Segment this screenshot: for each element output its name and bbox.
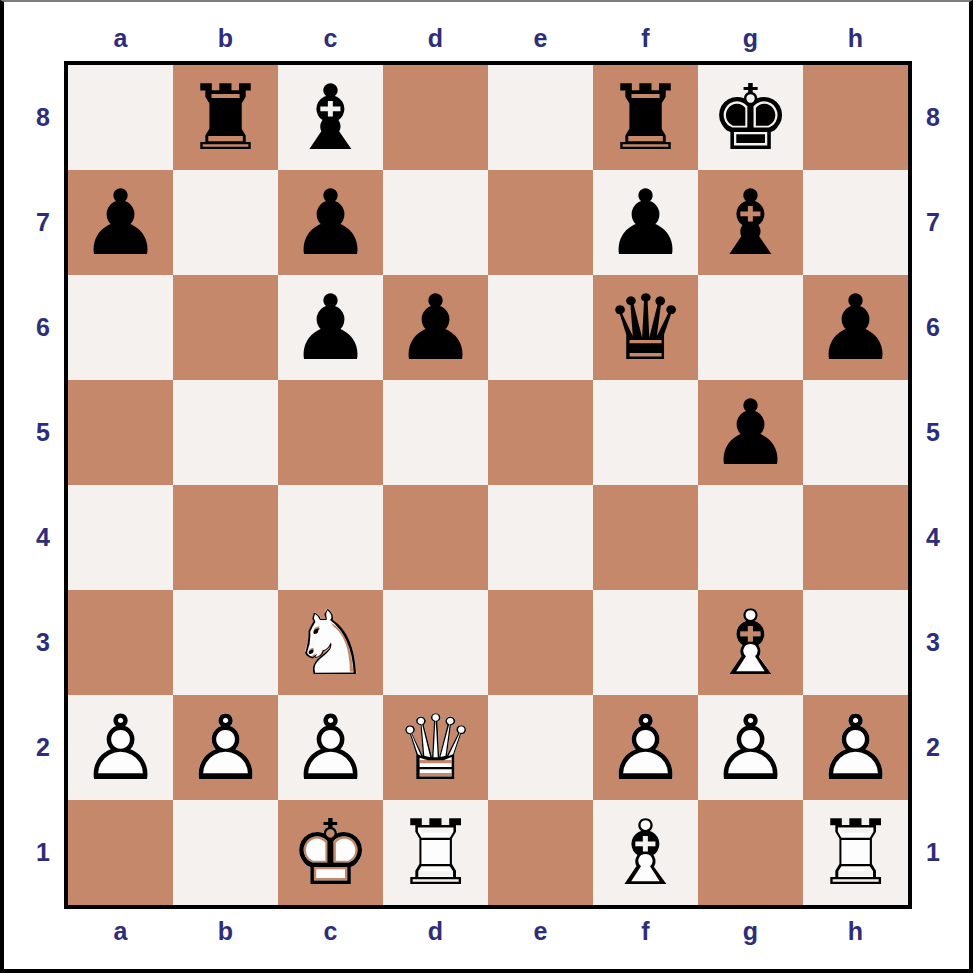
square-d2[interactable]: ♛♕	[383, 695, 488, 800]
rank-label: 5	[916, 380, 950, 485]
file-label: b	[173, 911, 278, 951]
square-g3[interactable]: ♝♗	[698, 590, 803, 695]
square-f3[interactable]	[593, 590, 698, 695]
white-pawn: ♙	[593, 695, 698, 800]
square-a6[interactable]	[68, 275, 173, 380]
square-c2[interactable]: ♟♙	[278, 695, 383, 800]
white-pawn: ♙	[278, 695, 383, 800]
square-h5[interactable]	[803, 380, 908, 485]
white-bishop: ♗	[593, 800, 698, 905]
square-d8[interactable]	[383, 65, 488, 170]
square-f6[interactable]: ♛	[593, 275, 698, 380]
square-f2[interactable]: ♟♙	[593, 695, 698, 800]
square-f4[interactable]	[593, 485, 698, 590]
file-labels-bottom: abcdefgh	[68, 911, 908, 951]
white-pawn-fill: ♟	[68, 695, 173, 800]
white-knight-fill: ♞	[278, 590, 383, 695]
white-bishop: ♗	[698, 590, 803, 695]
white-king-fill: ♚	[278, 800, 383, 905]
square-c1[interactable]: ♚♔	[278, 800, 383, 905]
square-c8[interactable]: ♝	[278, 65, 383, 170]
square-a8[interactable]	[68, 65, 173, 170]
square-e8[interactable]	[488, 65, 593, 170]
square-d3[interactable]	[383, 590, 488, 695]
square-d6[interactable]: ♟	[383, 275, 488, 380]
square-c3[interactable]: ♞♘	[278, 590, 383, 695]
square-d1[interactable]: ♜♖	[383, 800, 488, 905]
white-rook-fill: ♜	[383, 800, 488, 905]
square-e2[interactable]	[488, 695, 593, 800]
rank-label: 1	[916, 800, 950, 905]
file-label: h	[803, 18, 908, 58]
black-rook: ♜	[173, 65, 278, 170]
file-label: d	[383, 911, 488, 951]
file-label: c	[278, 911, 383, 951]
rank-labels-left: 87654321	[26, 65, 60, 905]
board-grid: ♜♝♜♚♟♟♟♝♟♟♛♟♟♞♘♝♗♟♙♟♙♟♙♛♕♟♙♟♙♟♙♚♔♜♖♝♗♜♖	[68, 65, 908, 905]
file-label: g	[698, 911, 803, 951]
rank-label: 1	[26, 800, 60, 905]
square-c7[interactable]: ♟	[278, 170, 383, 275]
square-h2[interactable]: ♟♙	[803, 695, 908, 800]
square-f5[interactable]	[593, 380, 698, 485]
chess-board: ♜♝♜♚♟♟♟♝♟♟♛♟♟♞♘♝♗♟♙♟♙♟♙♛♕♟♙♟♙♟♙♚♔♜♖♝♗♜♖	[64, 61, 912, 909]
white-rook: ♖	[383, 800, 488, 905]
white-pawn-fill: ♟	[278, 695, 383, 800]
white-knight: ♘	[278, 590, 383, 695]
rank-label: 6	[26, 275, 60, 380]
black-pawn: ♟	[803, 275, 908, 380]
square-a7[interactable]: ♟	[68, 170, 173, 275]
file-label: f	[593, 911, 698, 951]
black-pawn: ♟	[698, 380, 803, 485]
white-pawn-fill: ♟	[803, 695, 908, 800]
square-c6[interactable]: ♟	[278, 275, 383, 380]
square-f8[interactable]: ♜	[593, 65, 698, 170]
square-e7[interactable]	[488, 170, 593, 275]
square-a1[interactable]	[68, 800, 173, 905]
rank-label: 4	[916, 485, 950, 590]
black-queen: ♛	[593, 275, 698, 380]
square-g6[interactable]	[698, 275, 803, 380]
square-e4[interactable]	[488, 485, 593, 590]
white-pawn: ♙	[173, 695, 278, 800]
white-pawn-fill: ♟	[698, 695, 803, 800]
rank-label: 7	[26, 170, 60, 275]
white-queen-fill: ♛	[383, 695, 488, 800]
black-bishop: ♝	[278, 65, 383, 170]
square-d4[interactable]	[383, 485, 488, 590]
rank-label: 8	[916, 65, 950, 170]
file-label: f	[593, 18, 698, 58]
white-pawn-fill: ♟	[173, 695, 278, 800]
black-rook: ♜	[593, 65, 698, 170]
black-pawn: ♟	[593, 170, 698, 275]
square-g8[interactable]: ♚	[698, 65, 803, 170]
square-h8[interactable]	[803, 65, 908, 170]
white-rook-fill: ♜	[803, 800, 908, 905]
rank-label: 2	[916, 695, 950, 800]
black-pawn: ♟	[383, 275, 488, 380]
square-d5[interactable]	[383, 380, 488, 485]
square-d7[interactable]	[383, 170, 488, 275]
white-king: ♔	[278, 800, 383, 905]
black-bishop: ♝	[698, 170, 803, 275]
square-a3[interactable]	[68, 590, 173, 695]
white-bishop-fill: ♝	[698, 590, 803, 695]
file-label: a	[68, 911, 173, 951]
square-h4[interactable]	[803, 485, 908, 590]
square-f1[interactable]: ♝♗	[593, 800, 698, 905]
file-label: c	[278, 18, 383, 58]
rank-label: 2	[26, 695, 60, 800]
square-g7[interactable]: ♝	[698, 170, 803, 275]
square-a5[interactable]	[68, 380, 173, 485]
rank-label: 3	[916, 590, 950, 695]
square-h1[interactable]: ♜♖	[803, 800, 908, 905]
square-c5[interactable]	[278, 380, 383, 485]
white-bishop-fill: ♝	[593, 800, 698, 905]
square-g5[interactable]: ♟	[698, 380, 803, 485]
square-g4[interactable]	[698, 485, 803, 590]
white-rook: ♖	[803, 800, 908, 905]
file-label: b	[173, 18, 278, 58]
file-label: e	[488, 911, 593, 951]
black-pawn: ♟	[278, 170, 383, 275]
file-labels-top: abcdefgh	[68, 18, 908, 58]
square-b2[interactable]: ♟♙	[173, 695, 278, 800]
square-b5[interactable]	[173, 380, 278, 485]
square-f7[interactable]: ♟	[593, 170, 698, 275]
white-pawn-fill: ♟	[593, 695, 698, 800]
rank-label: 5	[26, 380, 60, 485]
square-c4[interactable]	[278, 485, 383, 590]
square-g2[interactable]: ♟♙	[698, 695, 803, 800]
square-b8[interactable]: ♜	[173, 65, 278, 170]
chess-diagram: abcdefgh 87654321 ♜♝♜♚♟♟♟♝♟♟♛♟♟♞♘♝♗♟♙♟♙♟…	[0, 0, 973, 973]
square-b7[interactable]	[173, 170, 278, 275]
rank-label: 4	[26, 485, 60, 590]
square-b6[interactable]	[173, 275, 278, 380]
black-pawn: ♟	[278, 275, 383, 380]
white-queen: ♕	[383, 695, 488, 800]
rank-labels-right: 87654321	[916, 65, 950, 905]
rank-label: 7	[916, 170, 950, 275]
square-h6[interactable]: ♟	[803, 275, 908, 380]
file-label: d	[383, 18, 488, 58]
white-pawn: ♙	[803, 695, 908, 800]
square-e1[interactable]	[488, 800, 593, 905]
square-b4[interactable]	[173, 485, 278, 590]
white-pawn: ♙	[698, 695, 803, 800]
rank-label: 8	[26, 65, 60, 170]
black-king: ♚	[698, 65, 803, 170]
square-e6[interactable]	[488, 275, 593, 380]
rank-label: 6	[916, 275, 950, 380]
square-b3[interactable]	[173, 590, 278, 695]
file-label: e	[488, 18, 593, 58]
square-h7[interactable]	[803, 170, 908, 275]
file-label: h	[803, 911, 908, 951]
rank-label: 3	[26, 590, 60, 695]
square-h3[interactable]	[803, 590, 908, 695]
black-pawn: ♟	[68, 170, 173, 275]
square-g1[interactable]	[698, 800, 803, 905]
white-pawn: ♙	[68, 695, 173, 800]
square-e5[interactable]	[488, 380, 593, 485]
square-e3[interactable]	[488, 590, 593, 695]
file-label: a	[68, 18, 173, 58]
square-a4[interactable]	[68, 485, 173, 590]
square-b1[interactable]	[173, 800, 278, 905]
square-a2[interactable]: ♟♙	[68, 695, 173, 800]
file-label: g	[698, 18, 803, 58]
